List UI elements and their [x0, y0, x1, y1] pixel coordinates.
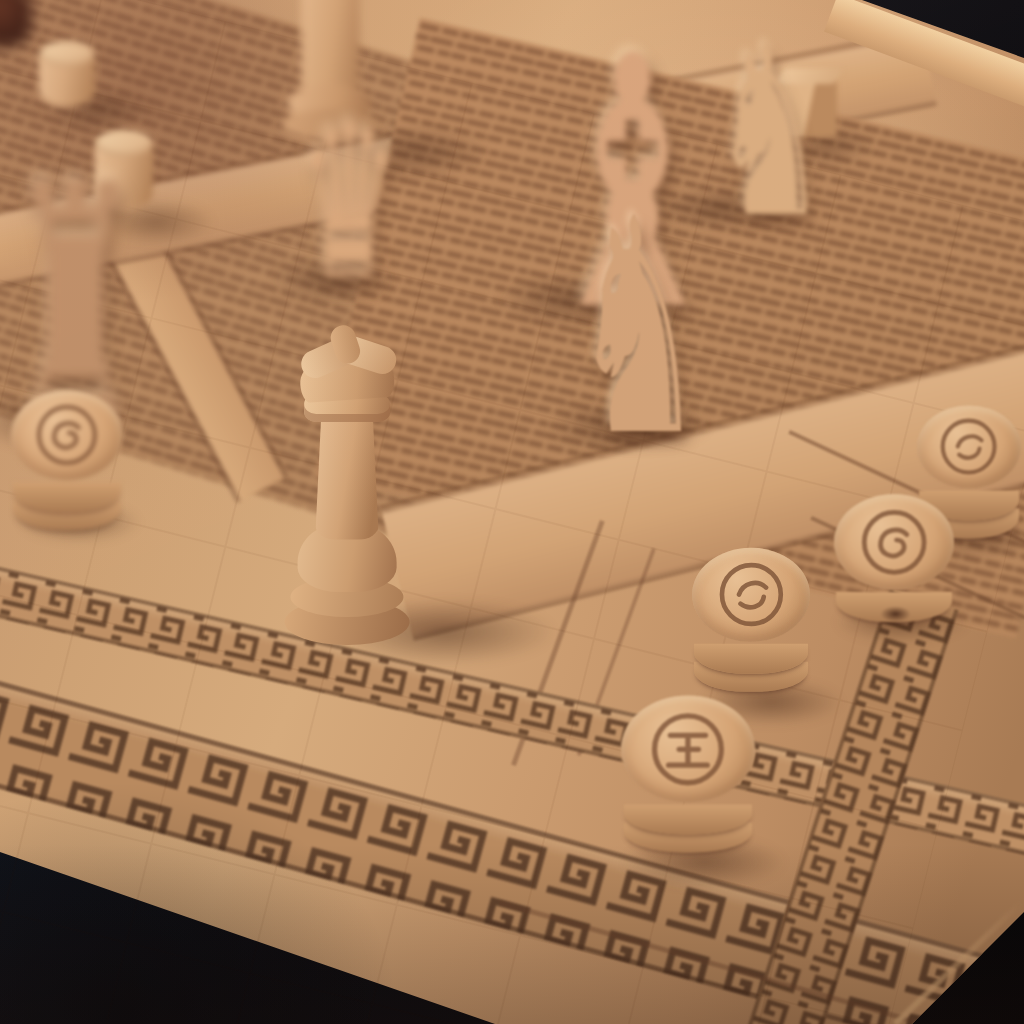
pieces-layer: ♛♝♞♜♞ — [0, 0, 1024, 1024]
scene: ♛♝♞♜♞ — [0, 0, 1024, 1024]
